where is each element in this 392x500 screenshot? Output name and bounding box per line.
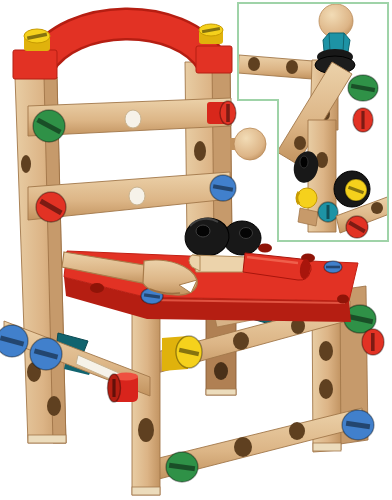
yellow-cap-right xyxy=(199,24,223,44)
screw-blue-seat-right xyxy=(324,261,342,273)
screw-yellow-side xyxy=(162,336,202,371)
leg-end-grain xyxy=(28,435,66,443)
screw-green-lower-rail xyxy=(166,452,198,482)
inset-cap-yellow xyxy=(297,188,317,208)
seat-hole xyxy=(337,295,349,304)
yellow-cap-left xyxy=(24,29,50,51)
inset-washer-large xyxy=(334,171,370,207)
leg-hole xyxy=(47,396,61,416)
inset-screw-red xyxy=(353,108,373,132)
seat-hole xyxy=(90,283,104,293)
rail-hole xyxy=(234,437,252,457)
screw-blue-lower-right xyxy=(210,175,236,201)
leg-hole xyxy=(319,379,333,399)
product-photo xyxy=(0,0,392,500)
right-back-post xyxy=(185,62,232,242)
inset-panel xyxy=(238,3,392,241)
inset-screw-teal xyxy=(318,202,338,222)
screw-red-upper-right xyxy=(207,101,236,125)
slat-through-hole xyxy=(125,110,141,128)
screw-blue-left-1 xyxy=(0,325,28,357)
leg-hole xyxy=(214,362,228,380)
leg-hole xyxy=(319,341,333,361)
ball-knob xyxy=(230,128,266,160)
leg-hole xyxy=(138,418,154,442)
screw-green-upper-left xyxy=(33,110,65,142)
seat-hole xyxy=(258,244,272,253)
inset-screw-red-bottom xyxy=(346,216,368,238)
inset-screw-green xyxy=(348,75,378,101)
left-rail-assembly xyxy=(0,321,150,402)
screw-red-side xyxy=(362,329,384,355)
screw-red-lower-left xyxy=(36,192,66,222)
inset-figure xyxy=(238,3,392,241)
screw-blue-lower-rail xyxy=(342,410,374,440)
rail-hole xyxy=(233,332,249,350)
post-hole xyxy=(194,141,206,161)
rail-hole xyxy=(289,422,305,440)
post-hole xyxy=(21,155,31,173)
screw-red-left xyxy=(108,373,139,403)
screw-blue-left-2 xyxy=(30,338,62,370)
slat-through-hole xyxy=(129,187,145,205)
